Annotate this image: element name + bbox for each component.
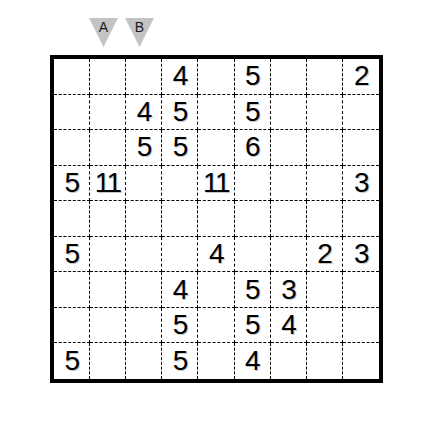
grid-cell-r1c4[interactable]: 4 (162, 59, 198, 95)
grid-cell-r4c5[interactable]: 11 (198, 166, 234, 202)
puzzle-board: 4524555565111135423453554554 (50, 55, 383, 383)
grid-cell-r1c6[interactable]: 5 (235, 59, 271, 95)
grid-cell-r8c2[interactable] (90, 308, 126, 344)
grid-cell-r9c2[interactable] (90, 343, 126, 379)
grid-cell-r2c9[interactable] (343, 95, 379, 131)
grid-cell-r3c1[interactable] (54, 130, 90, 166)
grid-cell-r6c2[interactable] (90, 237, 126, 273)
grid-cell-r9c5[interactable] (198, 343, 234, 379)
grid-cell-r4c6[interactable] (235, 166, 271, 202)
grid-cell-r7c2[interactable] (90, 272, 126, 308)
grid-cell-r7c4[interactable]: 4 (162, 272, 198, 308)
grid-cell-r8c7[interactable]: 4 (271, 308, 307, 344)
grid-cell-r6c4[interactable] (162, 237, 198, 273)
grid-cell-r9c8[interactable] (307, 343, 343, 379)
grid-cell-r7c3[interactable] (126, 272, 162, 308)
grid-cell-r6c7[interactable] (271, 237, 307, 273)
grid-cell-r8c3[interactable] (126, 308, 162, 344)
grid-cell-r5c4[interactable] (162, 201, 198, 237)
grid-cell-r7c1[interactable] (54, 272, 90, 308)
grid-cell-r4c7[interactable] (271, 166, 307, 202)
grid-cell-r5c1[interactable] (54, 201, 90, 237)
grid-cell-r9c1[interactable]: 5 (54, 343, 90, 379)
grid-cell-r1c1[interactable] (54, 59, 90, 95)
grid-cell-r2c1[interactable] (54, 95, 90, 131)
grid-cell-r4c4[interactable] (162, 166, 198, 202)
grid-cell-r6c8[interactable]: 2 (307, 237, 343, 273)
grid-cell-r3c4[interactable]: 5 (162, 130, 198, 166)
marker-b-label: B (125, 20, 154, 34)
grid-cell-r2c4[interactable]: 5 (162, 95, 198, 131)
puzzle-page: A B 4524555565111135423453554554 (0, 0, 431, 434)
grid-cell-r4c8[interactable] (307, 166, 343, 202)
grid-cell-r2c8[interactable] (307, 95, 343, 131)
grid-cell-r5c5[interactable] (198, 201, 234, 237)
grid-cell-r9c3[interactable] (126, 343, 162, 379)
grid-cell-r3c9[interactable] (343, 130, 379, 166)
grid-cell-r2c7[interactable] (271, 95, 307, 131)
grid-cell-r1c2[interactable] (90, 59, 126, 95)
grid-cell-r2c3[interactable]: 4 (126, 95, 162, 131)
grid-cell-r7c8[interactable] (307, 272, 343, 308)
grid-cell-r2c2[interactable] (90, 95, 126, 131)
grid-cell-r9c6[interactable]: 4 (235, 343, 271, 379)
grid-cell-r1c7[interactable] (271, 59, 307, 95)
grid-cell-r6c5[interactable]: 4 (198, 237, 234, 273)
column-marker-b: B (125, 18, 154, 47)
grid-cell-r5c2[interactable] (90, 201, 126, 237)
grid-cell-r2c6[interactable]: 5 (235, 95, 271, 131)
grid-cell-r8c5[interactable] (198, 308, 234, 344)
grid-cell-r4c9[interactable]: 3 (343, 166, 379, 202)
grid-cell-r3c6[interactable]: 6 (235, 130, 271, 166)
grid-cell-r5c3[interactable] (126, 201, 162, 237)
marker-a-label: A (89, 20, 118, 34)
grid-cell-r5c7[interactable] (271, 201, 307, 237)
grid-cell-r2c5[interactable] (198, 95, 234, 131)
grid-cell-r6c1[interactable]: 5 (54, 237, 90, 273)
column-marker-a: A (89, 18, 118, 47)
grid-cell-r6c9[interactable]: 3 (343, 237, 379, 273)
grid-cell-r1c9[interactable]: 2 (343, 59, 379, 95)
grid-cell-r4c1[interactable]: 5 (54, 166, 90, 202)
grid-cell-r3c3[interactable]: 5 (126, 130, 162, 166)
grid-cell-r5c6[interactable] (235, 201, 271, 237)
grid-cell-r3c8[interactable] (307, 130, 343, 166)
grid-cell-r8c9[interactable] (343, 308, 379, 344)
grid-cell-r4c2[interactable]: 11 (90, 166, 126, 202)
grid-cell-r9c4[interactable]: 5 (162, 343, 198, 379)
grid-cell-r1c8[interactable] (307, 59, 343, 95)
grid-cell-r7c6[interactable]: 5 (235, 272, 271, 308)
grid-cell-r3c5[interactable] (198, 130, 234, 166)
grid-cell-r3c7[interactable] (271, 130, 307, 166)
grid-cell-r6c6[interactable] (235, 237, 271, 273)
grid-cell-r1c5[interactable] (198, 59, 234, 95)
grid-cell-r8c4[interactable]: 5 (162, 308, 198, 344)
grid-cell-r9c7[interactable] (271, 343, 307, 379)
grid-cell-r8c6[interactable]: 5 (235, 308, 271, 344)
grid-cell-r4c3[interactable] (126, 166, 162, 202)
grid-cell-r7c9[interactable] (343, 272, 379, 308)
grid-cell-r9c9[interactable] (343, 343, 379, 379)
grid-cell-r8c8[interactable] (307, 308, 343, 344)
grid-cell-r3c2[interactable] (90, 130, 126, 166)
grid-cell-r7c7[interactable]: 3 (271, 272, 307, 308)
grid-cell-r8c1[interactable] (54, 308, 90, 344)
grid-cell-r1c3[interactable] (126, 59, 162, 95)
grid-cell-r6c3[interactable] (126, 237, 162, 273)
grid-cell-r5c9[interactable] (343, 201, 379, 237)
grid-cell-r5c8[interactable] (307, 201, 343, 237)
grid-cell-r7c5[interactable] (198, 272, 234, 308)
